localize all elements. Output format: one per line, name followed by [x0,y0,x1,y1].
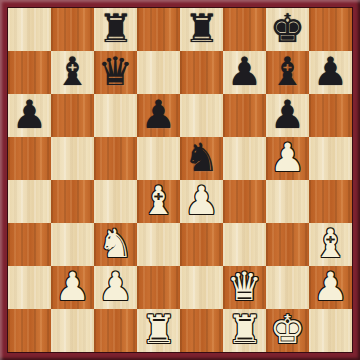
square-e1[interactable] [180,309,223,352]
square-c8[interactable]: ♜ [94,8,137,51]
square-b1[interactable] [51,309,94,352]
black-pawn-piece: ♟ [313,51,348,93]
square-e6[interactable] [180,94,223,137]
square-c3[interactable]: ♞ [94,223,137,266]
square-h5[interactable] [309,137,352,180]
square-b7[interactable]: ♝ [51,51,94,94]
square-e7[interactable] [180,51,223,94]
black-knight-piece: ♞ [184,137,219,179]
square-d5[interactable] [137,137,180,180]
black-pawn-piece: ♟ [141,94,176,136]
square-e8[interactable]: ♜ [180,8,223,51]
square-f2[interactable]: ♛ [223,266,266,309]
square-c2[interactable]: ♟ [94,266,137,309]
square-c7[interactable]: ♛ [94,51,137,94]
square-d4[interactable]: ♝ [137,180,180,223]
square-g7[interactable]: ♝ [266,51,309,94]
white-pawn-piece: ♟ [98,266,133,308]
square-g1[interactable]: ♚ [266,309,309,352]
chess-board-frame: ♜♜♚♝♛♟♝♟♟♟♟♞♟♝♟♞♝♟♟♛♟♜♜♚ [0,0,360,360]
black-pawn-piece: ♟ [227,51,262,93]
square-h8[interactable] [309,8,352,51]
square-f5[interactable] [223,137,266,180]
square-b5[interactable] [51,137,94,180]
black-rook-piece: ♜ [184,8,219,50]
square-f3[interactable] [223,223,266,266]
square-g5[interactable]: ♟ [266,137,309,180]
black-pawn-piece: ♟ [12,94,47,136]
square-h6[interactable] [309,94,352,137]
square-a3[interactable] [8,223,51,266]
white-pawn-piece: ♟ [55,266,90,308]
square-g2[interactable] [266,266,309,309]
square-a2[interactable] [8,266,51,309]
square-a5[interactable] [8,137,51,180]
white-queen-piece: ♛ [227,266,262,308]
square-b2[interactable]: ♟ [51,266,94,309]
square-f8[interactable] [223,8,266,51]
square-h7[interactable]: ♟ [309,51,352,94]
square-a1[interactable] [8,309,51,352]
white-knight-piece: ♞ [98,223,133,265]
square-a7[interactable] [8,51,51,94]
square-e4[interactable]: ♟ [180,180,223,223]
square-g4[interactable] [266,180,309,223]
square-a8[interactable] [8,8,51,51]
square-f1[interactable]: ♜ [223,309,266,352]
square-c6[interactable] [94,94,137,137]
square-b4[interactable] [51,180,94,223]
black-pawn-piece: ♟ [270,94,305,136]
square-f7[interactable]: ♟ [223,51,266,94]
white-king-piece: ♚ [270,309,305,351]
white-pawn-piece: ♟ [313,266,348,308]
square-b8[interactable] [51,8,94,51]
square-e5[interactable]: ♞ [180,137,223,180]
square-b3[interactable] [51,223,94,266]
square-d2[interactable] [137,266,180,309]
black-bishop-piece: ♝ [270,51,305,93]
square-a6[interactable]: ♟ [8,94,51,137]
square-g8[interactable]: ♚ [266,8,309,51]
square-f6[interactable] [223,94,266,137]
black-rook-piece: ♜ [98,8,133,50]
black-king-piece: ♚ [270,8,305,50]
square-g6[interactable]: ♟ [266,94,309,137]
square-h4[interactable] [309,180,352,223]
white-bishop-piece: ♝ [313,223,348,265]
square-g3[interactable] [266,223,309,266]
square-d7[interactable] [137,51,180,94]
white-rook-piece: ♜ [227,309,262,351]
white-rook-piece: ♜ [141,309,176,351]
square-a4[interactable] [8,180,51,223]
square-c5[interactable] [94,137,137,180]
square-d6[interactable]: ♟ [137,94,180,137]
white-pawn-piece: ♟ [184,180,219,222]
square-d3[interactable] [137,223,180,266]
black-bishop-piece: ♝ [55,51,90,93]
white-pawn-piece: ♟ [270,137,305,179]
square-f4[interactable] [223,180,266,223]
black-queen-piece: ♛ [98,51,133,93]
square-h2[interactable]: ♟ [309,266,352,309]
square-e3[interactable] [180,223,223,266]
chess-board: ♜♜♚♝♛♟♝♟♟♟♟♞♟♝♟♞♝♟♟♛♟♜♜♚ [8,8,352,352]
square-d1[interactable]: ♜ [137,309,180,352]
square-b6[interactable] [51,94,94,137]
white-bishop-piece: ♝ [141,180,176,222]
square-c1[interactable] [94,309,137,352]
square-d8[interactable] [137,8,180,51]
square-h1[interactable] [309,309,352,352]
square-c4[interactable] [94,180,137,223]
square-e2[interactable] [180,266,223,309]
square-h3[interactable]: ♝ [309,223,352,266]
